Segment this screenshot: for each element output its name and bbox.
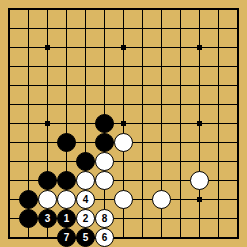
intersection [0,152,19,171]
move-number: 4 [83,195,89,205]
intersection [57,76,76,95]
intersection [152,38,171,57]
intersection [0,228,19,247]
intersection [95,171,114,190]
intersection [171,133,190,152]
intersection: 4 [76,190,95,209]
intersection [190,171,209,190]
intersection [95,95,114,114]
intersection [0,209,19,228]
intersection [228,0,247,19]
intersection [114,133,133,152]
intersection [57,0,76,19]
intersection: 3 [38,209,57,228]
intersection [38,228,57,247]
white-stone [57,190,76,209]
intersection [190,57,209,76]
intersection [57,114,76,133]
intersection [95,19,114,38]
intersection [38,76,57,95]
intersection [171,0,190,19]
intersection [133,76,152,95]
move-number: 5 [83,233,89,243]
black-stone: 7 [57,228,76,247]
intersection [19,38,38,57]
intersection [228,114,247,133]
intersection [76,76,95,95]
intersection [228,38,247,57]
intersection [0,133,19,152]
white-stone [114,133,133,152]
intersection [209,38,228,57]
white-stone [76,171,95,190]
intersection [19,114,38,133]
white-stone [190,171,209,190]
go-diagram: 43128756 [0,0,247,247]
intersection [209,57,228,76]
intersection [57,133,76,152]
intersection [57,38,76,57]
intersection: 6 [95,228,114,247]
intersection: 7 [57,228,76,247]
intersection [190,38,209,57]
intersection [0,114,19,133]
intersection [209,76,228,95]
intersection [38,0,57,19]
intersection [114,190,133,209]
white-stone: 6 [95,228,114,247]
intersection [228,171,247,190]
intersection [171,95,190,114]
intersection [57,95,76,114]
white-stone: 4 [76,190,95,209]
intersection [190,95,209,114]
intersection [152,152,171,171]
intersection [95,38,114,57]
intersection [171,76,190,95]
intersection [171,228,190,247]
intersection [114,57,133,76]
intersection [76,171,95,190]
intersection [190,152,209,171]
intersection [171,57,190,76]
intersection [114,19,133,38]
intersection [95,57,114,76]
black-stone [76,152,95,171]
intersection [190,76,209,95]
intersection [133,209,152,228]
black-stone [95,133,114,152]
intersection [133,57,152,76]
intersection [38,38,57,57]
intersection [19,228,38,247]
intersection [76,152,95,171]
intersection [171,38,190,57]
intersection [19,95,38,114]
intersection [19,0,38,19]
intersection [152,19,171,38]
intersection [76,95,95,114]
intersection [228,228,247,247]
intersection [209,152,228,171]
intersection [19,133,38,152]
intersection [190,114,209,133]
intersection [152,0,171,19]
intersection [19,57,38,76]
intersection [152,209,171,228]
intersection [95,133,114,152]
intersection [76,133,95,152]
intersection [152,190,171,209]
intersection [209,114,228,133]
move-number: 7 [64,233,70,243]
move-number: 1 [64,214,70,224]
intersection [114,114,133,133]
go-board: 43128756 [0,0,247,247]
white-stone [95,171,114,190]
white-stone: 2 [76,209,95,228]
intersection: 5 [76,228,95,247]
move-number: 3 [45,214,51,224]
intersection [38,171,57,190]
black-stone [95,114,114,133]
intersection [38,57,57,76]
intersection [114,228,133,247]
intersection [190,190,209,209]
intersection [38,114,57,133]
black-stone: 1 [57,209,76,228]
move-number: 2 [83,214,89,224]
intersection [114,209,133,228]
intersection [228,152,247,171]
intersection [0,190,19,209]
intersection [133,95,152,114]
intersection [171,19,190,38]
intersection [95,76,114,95]
intersection [95,190,114,209]
white-stone: 8 [95,209,114,228]
intersection [76,57,95,76]
intersection [114,171,133,190]
intersection [209,19,228,38]
intersection [38,152,57,171]
intersection [76,19,95,38]
black-stone [57,171,76,190]
black-stone [19,190,38,209]
intersection [133,133,152,152]
intersection [57,190,76,209]
black-stone: 5 [76,228,95,247]
intersection [190,209,209,228]
intersection [209,209,228,228]
intersection [38,190,57,209]
intersection [0,95,19,114]
intersection [0,171,19,190]
intersection [171,171,190,190]
intersection [19,19,38,38]
intersection [190,19,209,38]
intersection [228,57,247,76]
intersection [114,152,133,171]
white-stone [95,152,114,171]
white-stone [114,190,133,209]
intersection [133,152,152,171]
white-stone [152,190,171,209]
intersection [171,190,190,209]
black-stone [57,133,76,152]
white-stone [38,190,57,209]
intersection: 2 [76,209,95,228]
intersection [57,57,76,76]
intersection [228,19,247,38]
intersection [114,95,133,114]
intersection [133,38,152,57]
intersection [19,152,38,171]
intersection [228,190,247,209]
black-stone [19,209,38,228]
intersection [190,0,209,19]
intersection [190,228,209,247]
intersection [209,0,228,19]
intersection [133,228,152,247]
intersection [228,76,247,95]
intersection [171,209,190,228]
intersection [57,171,76,190]
intersection [114,76,133,95]
intersection [76,114,95,133]
intersection [209,190,228,209]
intersection [209,133,228,152]
intersection [190,133,209,152]
intersection [228,133,247,152]
intersection: 8 [95,209,114,228]
intersection [57,19,76,38]
intersection [133,190,152,209]
move-number: 8 [102,214,108,224]
intersection [19,190,38,209]
intersection [133,19,152,38]
intersection [57,152,76,171]
intersection [209,228,228,247]
intersection [19,171,38,190]
intersection [152,171,171,190]
black-stone [38,171,57,190]
intersection [95,0,114,19]
intersection [38,19,57,38]
intersection [95,152,114,171]
intersection [209,171,228,190]
intersection [19,209,38,228]
intersection [152,133,171,152]
intersection [38,133,57,152]
intersection [152,95,171,114]
intersection: 1 [57,209,76,228]
intersection [152,57,171,76]
black-stone: 3 [38,209,57,228]
intersection [95,114,114,133]
intersection [209,95,228,114]
intersection [38,95,57,114]
intersection [0,38,19,57]
intersection [76,38,95,57]
intersection [152,114,171,133]
intersection [228,95,247,114]
intersection [171,114,190,133]
intersection [76,0,95,19]
intersection [152,228,171,247]
intersection [114,38,133,57]
intersection [152,76,171,95]
intersection [133,0,152,19]
intersection [114,0,133,19]
intersection [228,209,247,228]
intersection [171,152,190,171]
intersection [0,76,19,95]
intersection [133,114,152,133]
intersection [133,171,152,190]
intersection [0,0,19,19]
intersection [19,76,38,95]
intersection [0,57,19,76]
intersection [0,19,19,38]
move-number: 6 [102,233,108,243]
